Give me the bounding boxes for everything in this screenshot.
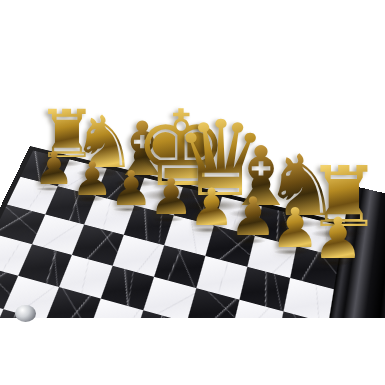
chess-piece-pawn: ♟ bbox=[34, 147, 74, 192]
corner-chrome-knob bbox=[15, 305, 36, 322]
chess-piece-pawn: ♟ bbox=[110, 164, 153, 212]
chess-piece-pawn: ♟ bbox=[189, 182, 235, 233]
chess-piece-pawn: ♟ bbox=[72, 156, 114, 202]
chess-piece-pawn: ♟ bbox=[313, 210, 364, 267]
photo-crop-white-strip bbox=[0, 318, 385, 385]
chess-piece-pawn: ♟ bbox=[149, 173, 193, 223]
product-photo: ♜♞♝♚♛♝♞♜♟♟♟♟♟♟♟♟ bbox=[0, 0, 385, 385]
